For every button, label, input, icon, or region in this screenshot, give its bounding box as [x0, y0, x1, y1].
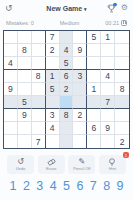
- cell-r4c1[interactable]: [4, 70, 18, 83]
- cell-r2c6[interactable]: 9: [73, 44, 87, 57]
- cell-r8c8[interactable]: 9: [101, 122, 115, 135]
- cell-r4c4[interactable]: 1: [46, 70, 60, 83]
- pencil-icon: ✎: [78, 158, 85, 166]
- cell-r2c5[interactable]: 4: [60, 44, 74, 57]
- cell-r7c2[interactable]: 9: [18, 109, 32, 122]
- cell-r9c8[interactable]: [101, 135, 115, 148]
- cell-r1c3[interactable]: [32, 31, 46, 44]
- cell-r9c6[interactable]: [73, 135, 87, 148]
- cell-r8c9[interactable]: [115, 122, 129, 135]
- cell-r5c1[interactable]: 9: [4, 83, 18, 96]
- cell-r4c3[interactable]: 8: [32, 70, 46, 83]
- cell-r9c1[interactable]: [4, 135, 18, 148]
- cell-r6c9[interactable]: [115, 96, 129, 109]
- cell-r6c3[interactable]: [32, 96, 46, 109]
- cell-r2c3[interactable]: [32, 44, 46, 57]
- cell-r7c7[interactable]: [87, 109, 101, 122]
- game-menu[interactable]: New Game ▾: [31, 5, 102, 12]
- cell-r3c8[interactable]: [101, 57, 115, 70]
- cell-r7c9[interactable]: [115, 109, 129, 122]
- settings-gear-icon[interactable]: ⚙: [121, 4, 128, 12]
- cell-r8c4[interactable]: 4: [46, 122, 60, 135]
- cell-r9c2[interactable]: [18, 135, 32, 148]
- cell-r4c9[interactable]: [115, 70, 129, 83]
- cell-r8c6[interactable]: [73, 122, 87, 135]
- cell-r3c4[interactable]: [46, 57, 60, 70]
- cell-r5c6[interactable]: [73, 83, 87, 96]
- numpad-9[interactable]: 9: [114, 179, 126, 193]
- mistakes-counter: Mistakes: 0: [6, 20, 34, 26]
- pencil-button[interactable]: ✎ Pencil Off: [68, 155, 95, 174]
- cell-r2c2[interactable]: 8: [18, 44, 32, 57]
- numpad-8[interactable]: 8: [101, 179, 113, 193]
- numpad-1[interactable]: 1: [7, 179, 19, 193]
- toolbar: ↺ Undo Erase ✎ Pencil Off Hint 1: [0, 155, 133, 174]
- hint-button[interactable]: Hint 1: [99, 155, 126, 174]
- page-title: New Game: [46, 5, 82, 12]
- cell-r7c8[interactable]: [101, 109, 115, 122]
- cell-r5c4[interactable]: 5: [46, 83, 60, 96]
- number-pad: 1 2 3 4 5 6 7 8 9: [0, 179, 133, 193]
- cell-r1c8[interactable]: 1: [101, 31, 115, 44]
- cell-r9c5[interactable]: [60, 135, 74, 148]
- cell-r3c3[interactable]: [32, 57, 46, 70]
- chevron-down-icon: ▾: [84, 6, 87, 12]
- cell-r1c7[interactable]: 5: [87, 31, 101, 44]
- erase-button[interactable]: Erase: [38, 155, 65, 174]
- trophy-button[interactable]: [107, 4, 116, 13]
- cell-r7c6[interactable]: 2: [73, 109, 87, 122]
- cell-r9c9[interactable]: 2: [115, 135, 129, 148]
- sudoku-grid: 751824945816349521857938246972: [3, 30, 130, 149]
- cell-r5c7[interactable]: 1: [87, 83, 101, 96]
- cell-r7c3[interactable]: [32, 109, 46, 122]
- undo-icon: ↺: [17, 158, 24, 166]
- numpad-6[interactable]: 6: [74, 179, 86, 193]
- cell-r3c7[interactable]: [87, 57, 101, 70]
- cell-r4c2[interactable]: [18, 70, 32, 83]
- cell-r9c3[interactable]: 7: [32, 135, 46, 148]
- cell-r9c7[interactable]: [87, 135, 101, 148]
- cell-r2c7[interactable]: [87, 44, 101, 57]
- cell-r6c8[interactable]: 7: [101, 96, 115, 109]
- cell-r5c5[interactable]: 2: [60, 83, 74, 96]
- cell-r3c6[interactable]: [73, 57, 87, 70]
- cell-r4c5[interactable]: 6: [60, 70, 74, 83]
- cell-r6c6[interactable]: [73, 96, 87, 109]
- cell-r2c8[interactable]: [101, 44, 115, 57]
- cell-r5c3[interactable]: [32, 83, 46, 96]
- cell-r3c9[interactable]: [115, 57, 129, 70]
- cell-r6c5[interactable]: [60, 96, 74, 109]
- cell-r1c4[interactable]: 7: [46, 31, 60, 44]
- cell-r3c2[interactable]: [18, 57, 32, 70]
- cell-r5c2[interactable]: [18, 83, 32, 96]
- cell-r7c4[interactable]: 3: [46, 109, 60, 122]
- hint-count-badge: 1: [123, 152, 129, 158]
- cell-r3c1[interactable]: 4: [4, 57, 18, 70]
- difficulty-label: Medium: [60, 20, 80, 26]
- cell-r4c7[interactable]: [87, 70, 101, 83]
- cell-r7c1[interactable]: [4, 109, 18, 122]
- cell-r1c6[interactable]: [73, 31, 87, 44]
- numpad-5[interactable]: 5: [61, 179, 73, 193]
- cell-r7c5[interactable]: 8: [60, 109, 74, 122]
- cell-r5c9[interactable]: 8: [115, 83, 129, 96]
- undo-button[interactable]: ↺ Undo: [7, 155, 34, 174]
- cell-r1c9[interactable]: [115, 31, 129, 44]
- cell-r9c4[interactable]: [46, 135, 60, 148]
- cell-r6c4[interactable]: [46, 96, 60, 109]
- cell-r6c1[interactable]: [4, 96, 18, 109]
- back-icon[interactable]: ↺: [5, 4, 13, 13]
- cell-r4c6[interactable]: 3: [73, 70, 87, 83]
- numpad-2[interactable]: 2: [20, 179, 32, 193]
- pause-icon[interactable]: [121, 20, 127, 26]
- cell-r5c8[interactable]: [101, 83, 115, 96]
- cell-r2c4[interactable]: 2: [46, 44, 60, 57]
- numpad-7[interactable]: 7: [87, 179, 99, 193]
- status-bar: Mistakes: 0 Medium 00:21: [0, 16, 133, 29]
- lightbulb-icon: [108, 158, 116, 166]
- cell-r1c5[interactable]: [60, 31, 74, 44]
- cell-r1c2[interactable]: [18, 31, 32, 44]
- eraser-icon: [47, 158, 56, 166]
- cell-r8c2[interactable]: [18, 122, 32, 135]
- cell-r4c8[interactable]: 4: [101, 70, 115, 83]
- cell-r3c5[interactable]: 5: [60, 57, 74, 70]
- cell-r6c2[interactable]: 5: [18, 96, 32, 109]
- cell-r8c5[interactable]: [60, 122, 74, 135]
- numpad-3[interactable]: 3: [34, 179, 46, 193]
- header-bar: ↺ New Game ▾ ⚙: [0, 0, 133, 16]
- numpad-4[interactable]: 4: [47, 179, 59, 193]
- cell-r1c1[interactable]: [4, 31, 18, 44]
- cell-r8c1[interactable]: [4, 122, 18, 135]
- timer-value: 00:21: [105, 20, 119, 26]
- cell-r2c9[interactable]: [115, 44, 129, 57]
- cell-r2c1[interactable]: [4, 44, 18, 57]
- cell-r8c3[interactable]: [32, 122, 46, 135]
- notification-dot: [113, 3, 117, 7]
- cell-r6c7[interactable]: [87, 96, 101, 109]
- cell-r8c7[interactable]: 6: [87, 122, 101, 135]
